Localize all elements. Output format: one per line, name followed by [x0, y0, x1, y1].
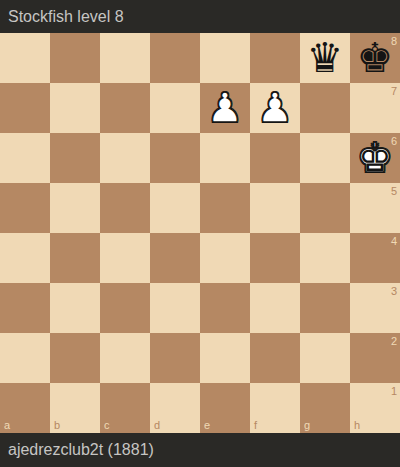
square-g2[interactable] — [300, 333, 350, 383]
rank-label-1: 1 — [391, 386, 397, 397]
square-c8[interactable] — [100, 33, 150, 83]
square-d8[interactable] — [150, 33, 200, 83]
square-d4[interactable] — [150, 233, 200, 283]
opponent-name: Stockfish level 8 — [8, 8, 124, 26]
opponent-bar: Stockfish level 8 — [0, 0, 400, 33]
square-f4[interactable] — [250, 233, 300, 283]
file-label-c: c — [104, 420, 110, 431]
file-label-b: b — [54, 420, 60, 431]
square-b2[interactable] — [50, 333, 100, 383]
square-e3[interactable] — [200, 283, 250, 333]
square-g4[interactable] — [300, 233, 350, 283]
square-d5[interactable] — [150, 183, 200, 233]
square-c1[interactable]: c — [100, 383, 150, 433]
file-label-e: e — [204, 420, 210, 431]
piece-white-king[interactable]: ♚ — [350, 133, 400, 183]
square-a6[interactable] — [0, 133, 50, 183]
rank-label-4: 4 — [391, 236, 397, 247]
square-g5[interactable] — [300, 183, 350, 233]
square-b4[interactable] — [50, 233, 100, 283]
square-f2[interactable] — [250, 333, 300, 383]
square-b8[interactable] — [50, 33, 100, 83]
square-e4[interactable] — [200, 233, 250, 283]
square-c4[interactable] — [100, 233, 150, 283]
square-h5[interactable]: 5 — [350, 183, 400, 233]
square-a3[interactable] — [0, 283, 50, 333]
square-e5[interactable] — [200, 183, 250, 233]
square-e7[interactable]: ♟ — [200, 83, 250, 133]
square-f8[interactable] — [250, 33, 300, 83]
rank-label-3: 3 — [391, 286, 397, 297]
square-f1[interactable]: f — [250, 383, 300, 433]
square-g8[interactable]: ♛ — [300, 33, 350, 83]
file-label-a: a — [4, 420, 10, 431]
square-c2[interactable] — [100, 333, 150, 383]
square-a7[interactable] — [0, 83, 50, 133]
square-a1[interactable]: a — [0, 383, 50, 433]
square-h4[interactable]: 4 — [350, 233, 400, 283]
rank-label-7: 7 — [391, 86, 397, 97]
square-b7[interactable] — [50, 83, 100, 133]
chess-app-window: Stockfish level 8 ♛8♚♟♟76♚5432abcdefg1h … — [0, 0, 400, 467]
square-b6[interactable] — [50, 133, 100, 183]
square-h6[interactable]: 6♚ — [350, 133, 400, 183]
square-h8[interactable]: 8♚ — [350, 33, 400, 83]
file-label-d: d — [154, 420, 160, 431]
square-a5[interactable] — [0, 183, 50, 233]
square-b1[interactable]: b — [50, 383, 100, 433]
piece-black-queen[interactable]: ♛ — [300, 33, 350, 83]
square-c6[interactable] — [100, 133, 150, 183]
square-h7[interactable]: 7 — [350, 83, 400, 133]
piece-white-pawn[interactable]: ♟ — [250, 83, 300, 133]
square-f5[interactable] — [250, 183, 300, 233]
square-e6[interactable] — [200, 133, 250, 183]
square-c3[interactable] — [100, 283, 150, 333]
square-h2[interactable]: 2 — [350, 333, 400, 383]
square-f3[interactable] — [250, 283, 300, 333]
square-e1[interactable]: e — [200, 383, 250, 433]
square-d1[interactable]: d — [150, 383, 200, 433]
square-e2[interactable] — [200, 333, 250, 383]
square-c7[interactable] — [100, 83, 150, 133]
square-a2[interactable] — [0, 333, 50, 383]
square-c5[interactable] — [100, 183, 150, 233]
rank-label-2: 2 — [391, 336, 397, 347]
player-name-rating: ajedrezclub2t (1881) — [8, 441, 154, 459]
square-h3[interactable]: 3 — [350, 283, 400, 333]
square-d6[interactable] — [150, 133, 200, 183]
file-label-f: f — [254, 420, 257, 431]
square-g3[interactable] — [300, 283, 350, 333]
square-a4[interactable] — [0, 233, 50, 283]
square-e8[interactable] — [200, 33, 250, 83]
file-label-g: g — [304, 420, 310, 431]
square-f6[interactable] — [250, 133, 300, 183]
square-g7[interactable] — [300, 83, 350, 133]
piece-black-king[interactable]: ♚ — [350, 33, 400, 83]
square-d7[interactable] — [150, 83, 200, 133]
player-bar: ajedrezclub2t (1881) — [0, 433, 400, 467]
square-g6[interactable] — [300, 133, 350, 183]
square-a8[interactable] — [0, 33, 50, 83]
square-d3[interactable] — [150, 283, 200, 333]
file-label-h: h — [354, 420, 360, 431]
square-d2[interactable] — [150, 333, 200, 383]
square-b5[interactable] — [50, 183, 100, 233]
chess-board[interactable]: ♛8♚♟♟76♚5432abcdefg1h — [0, 33, 400, 433]
square-h1[interactable]: 1h — [350, 383, 400, 433]
square-g1[interactable]: g — [300, 383, 350, 433]
rank-label-5: 5 — [391, 186, 397, 197]
piece-white-pawn[interactable]: ♟ — [200, 83, 250, 133]
square-f7[interactable]: ♟ — [250, 83, 300, 133]
square-b3[interactable] — [50, 283, 100, 333]
